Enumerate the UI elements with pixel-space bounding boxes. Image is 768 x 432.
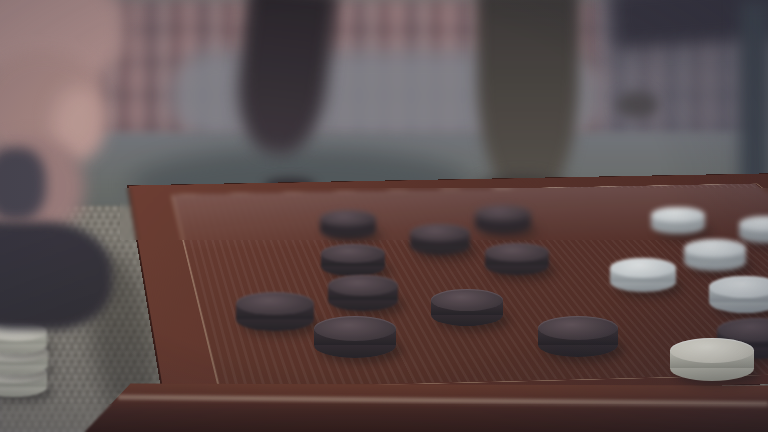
checker-dark-d8[interactable] xyxy=(314,316,396,358)
checker-dark-d5[interactable] xyxy=(321,244,385,276)
dark-cloth-bag xyxy=(0,222,112,330)
checker-white-w4[interactable] xyxy=(709,276,768,313)
checker-dark-d6[interactable] xyxy=(328,275,398,311)
checker-dark-d2[interactable] xyxy=(410,224,470,255)
background-blob xyxy=(616,92,658,118)
checker-dark-d9[interactable] xyxy=(431,289,503,326)
checker-white-w5[interactable] xyxy=(670,338,754,381)
checker-dark-d10[interactable] xyxy=(538,316,618,357)
checker-white-w2[interactable] xyxy=(684,239,746,271)
checker-dark-d4[interactable] xyxy=(485,243,549,275)
checker-white-w3[interactable] xyxy=(610,258,676,292)
checker-dark-d7[interactable] xyxy=(236,292,314,331)
checker-white-w1[interactable] xyxy=(651,207,705,234)
checker-dark-d3[interactable] xyxy=(475,205,531,234)
depth-of-field-haze-front xyxy=(0,404,768,432)
checkers-photo-scene xyxy=(0,0,768,432)
held-dark-piece xyxy=(0,148,46,220)
checker-dark-d1[interactable] xyxy=(320,210,376,239)
